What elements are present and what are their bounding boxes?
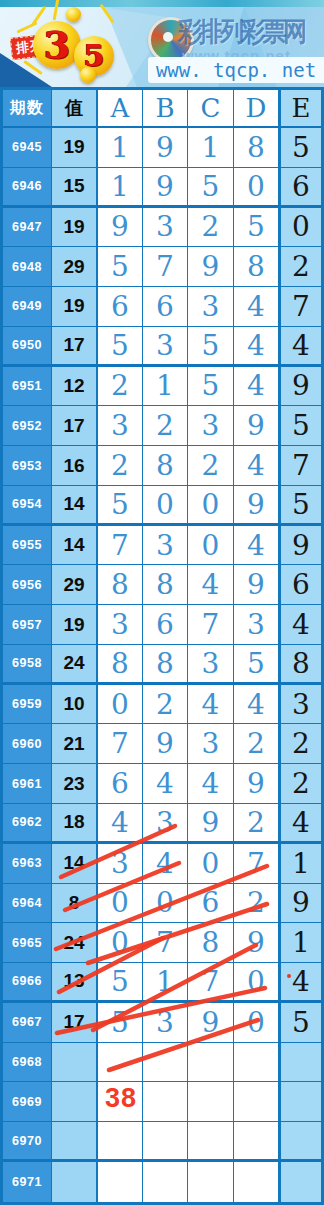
digit-c-cell: 6: [188, 884, 234, 924]
digit-c-cell: 9: [188, 804, 234, 844]
digit-b-cell: [143, 1043, 188, 1083]
period-cell: 6968: [3, 1043, 52, 1083]
digit-c-cell: 5: [188, 367, 234, 407]
digit-c-cell: 3: [188, 287, 234, 327]
value-cell: [52, 1162, 97, 1202]
period-cell: 6964: [3, 884, 52, 924]
digit-a-cell: [97, 1043, 143, 1083]
digit-d-cell: 2: [234, 884, 279, 924]
value-cell: 29: [52, 565, 97, 605]
digit-d-cell: 5: [234, 645, 279, 685]
digit-e-cell: 2: [279, 247, 321, 287]
digit-d-cell: 2: [234, 804, 279, 844]
column-header-period: 期数: [3, 90, 52, 128]
site-watermark-cn: 彩排列彩票网: [178, 14, 306, 50]
digit-e-cell: 6: [279, 168, 321, 208]
value-cell: 14: [52, 526, 97, 566]
period-cell: 6967: [3, 1003, 52, 1043]
digit-b-cell: 8: [143, 446, 188, 486]
digit-c-cell: 8: [188, 923, 234, 963]
digit-c-cell: 5: [188, 327, 234, 367]
digit-d-cell: 0: [234, 963, 279, 1003]
digit-b-cell: 3: [143, 327, 188, 367]
digit-b-cell: 9: [143, 168, 188, 208]
digit-c-cell: 7: [188, 963, 234, 1003]
digit-a-cell: 3: [97, 406, 143, 446]
digit-a-cell: [97, 1122, 143, 1162]
digit-b-cell: 1: [143, 963, 188, 1003]
digit-b-cell: 6: [143, 605, 188, 645]
value-cell: 23: [52, 764, 97, 804]
digit-a-cell: 5: [97, 1003, 143, 1043]
digit-d-cell: 0: [234, 1003, 279, 1043]
digit-c-cell: [188, 1162, 234, 1202]
digit-a-cell: [97, 1162, 143, 1202]
digit-a-cell: 5: [97, 963, 143, 1003]
digit-b-cell: 4: [143, 764, 188, 804]
digit-b-cell: 7: [143, 923, 188, 963]
digit-b-cell: 0: [143, 884, 188, 924]
digit-a-cell: 2: [97, 367, 143, 407]
digit-c-cell: [188, 1122, 234, 1162]
period-cell: 6955: [3, 526, 52, 566]
period-cell: 6946: [3, 168, 52, 208]
digit-a-cell: 3: [97, 605, 143, 645]
digit-a-cell: 8: [97, 565, 143, 605]
value-cell: 14: [52, 844, 97, 884]
digit-c-cell: 4: [188, 565, 234, 605]
lottery-ball-3: 3: [33, 21, 81, 69]
digit-a-cell: [97, 1082, 143, 1122]
column-header-d: D: [234, 90, 279, 128]
period-cell: 6947: [3, 208, 52, 248]
digit-b-cell: 9: [143, 128, 188, 168]
digit-a-cell: 0: [97, 923, 143, 963]
period-cell: 6970: [3, 1122, 52, 1162]
value-cell: 10: [52, 685, 97, 725]
period-cell: 6965: [3, 923, 52, 963]
digit-e-cell: 0: [279, 208, 321, 248]
site-url-strip[interactable]: www. tqcp. net: [148, 57, 324, 83]
column-header-a: A: [97, 90, 143, 128]
digit-d-cell: 9: [234, 764, 279, 804]
digit-a-cell: 7: [97, 724, 143, 764]
digit-e-cell: 7: [279, 287, 321, 327]
digit-a-cell: 0: [97, 685, 143, 725]
period-cell: 6958: [3, 645, 52, 685]
period-cell: 6962: [3, 804, 52, 844]
digit-d-cell: 4: [234, 367, 279, 407]
period-cell: 6953: [3, 446, 52, 486]
digit-e-cell: [279, 1162, 321, 1202]
digit-a-cell: 0: [97, 884, 143, 924]
value-cell: 21: [52, 724, 97, 764]
digit-b-cell: 8: [143, 645, 188, 685]
period-cell: 6952: [3, 406, 52, 446]
digit-c-cell: 9: [188, 1003, 234, 1043]
digit-a-cell: 9: [97, 208, 143, 248]
digit-d-cell: [234, 1122, 279, 1162]
digit-b-cell: [143, 1122, 188, 1162]
digit-b-cell: [143, 1082, 188, 1122]
digit-a-cell: 2: [97, 446, 143, 486]
period-cell: 6954: [3, 486, 52, 526]
digit-a-cell: 3: [97, 844, 143, 884]
period-cell: 6956: [3, 565, 52, 605]
value-cell: 24: [52, 645, 97, 685]
digit-e-cell: 4: [279, 804, 321, 844]
digit-d-cell: 5: [234, 208, 279, 248]
digit-a-cell: 1: [97, 128, 143, 168]
digit-e-cell: 4: [279, 963, 321, 1003]
digit-d-cell: 8: [234, 247, 279, 287]
value-cell: 14: [52, 486, 97, 526]
digit-d-cell: 8: [234, 128, 279, 168]
digit-b-cell: 6: [143, 287, 188, 327]
period-cell: 6949: [3, 287, 52, 327]
digit-c-cell: 2: [188, 208, 234, 248]
value-cell: [52, 1043, 97, 1083]
digit-c-cell: 0: [188, 526, 234, 566]
digit-b-cell: 3: [143, 1003, 188, 1043]
period-cell: 6963: [3, 844, 52, 884]
digit-e-cell: 9: [279, 367, 321, 407]
digit-e-cell: 3: [279, 685, 321, 725]
digit-a-cell: 6: [97, 287, 143, 327]
value-cell: 19: [52, 287, 97, 327]
period-cell: 6948: [3, 247, 52, 287]
digit-c-cell: 4: [188, 685, 234, 725]
column-header-b: B: [143, 90, 188, 128]
value-cell: 15: [52, 168, 97, 208]
value-cell: 29: [52, 247, 97, 287]
value-cell: [52, 1122, 97, 1162]
digit-b-cell: 3: [143, 526, 188, 566]
digit-d-cell: 4: [234, 685, 279, 725]
site-banner: 排列 3 5 彩排列彩票网 www.tqcp.net www. tqcp. ne…: [0, 0, 324, 87]
digit-d-cell: 9: [234, 923, 279, 963]
digit-a-cell: 5: [97, 247, 143, 287]
digit-c-cell: [188, 1082, 234, 1122]
digit-c-cell: 4: [188, 764, 234, 804]
digit-c-cell: 9: [188, 247, 234, 287]
digit-b-cell: 7: [143, 247, 188, 287]
period-cell: 6950: [3, 327, 52, 367]
value-cell: 8: [52, 884, 97, 924]
column-header-e: E: [279, 90, 321, 128]
digit-a-cell: 5: [97, 486, 143, 526]
digit-d-cell: [234, 1162, 279, 1202]
digit-d-cell: 9: [234, 565, 279, 605]
period-cell: 6971: [3, 1162, 52, 1202]
value-cell: 13: [52, 963, 97, 1003]
digit-e-cell: 2: [279, 764, 321, 804]
digit-c-cell: 7: [188, 605, 234, 645]
period-cell: 6957: [3, 605, 52, 645]
digit-c-cell: 3: [188, 724, 234, 764]
digit-b-cell: 0: [143, 486, 188, 526]
value-cell: [52, 1082, 97, 1122]
digit-d-cell: 4: [234, 287, 279, 327]
small-ball-decor: [80, 67, 96, 83]
digit-e-cell: 9: [279, 526, 321, 566]
column-header-value: 值: [52, 90, 97, 128]
digit-b-cell: 4: [143, 844, 188, 884]
digit-e-cell: [279, 1122, 321, 1162]
value-cell: 19: [52, 208, 97, 248]
value-cell: 18: [52, 804, 97, 844]
value-cell: 12: [52, 367, 97, 407]
digit-e-cell: 4: [279, 605, 321, 645]
digit-d-cell: 0: [234, 168, 279, 208]
trend-chart-grid: 期数 值 A B C D E 6945191918569461519506694…: [0, 87, 324, 1205]
digit-c-cell: 1: [188, 128, 234, 168]
period-cell: 6959: [3, 685, 52, 725]
digit-b-cell: 1: [143, 367, 188, 407]
digit-e-cell: 1: [279, 844, 321, 884]
digit-d-cell: 7: [234, 844, 279, 884]
digit-e-cell: 6: [279, 565, 321, 605]
digit-c-cell: 5: [188, 168, 234, 208]
digit-d-cell: 9: [234, 406, 279, 446]
digit-c-cell: 0: [188, 844, 234, 884]
digit-d-cell: 4: [234, 327, 279, 367]
period-cell: 6960: [3, 724, 52, 764]
banner-top-strip: [0, 0, 324, 7]
digit-a-cell: 7: [97, 526, 143, 566]
digit-e-cell: 5: [279, 128, 321, 168]
digit-c-cell: [188, 1043, 234, 1083]
value-cell: 19: [52, 128, 97, 168]
period-cell: 6969: [3, 1082, 52, 1122]
digit-b-cell: 3: [143, 804, 188, 844]
value-cell: 17: [52, 406, 97, 446]
period-cell: 6951: [3, 367, 52, 407]
digit-e-cell: 4: [279, 327, 321, 367]
digit-e-cell: 2: [279, 724, 321, 764]
digit-e-cell: 1: [279, 923, 321, 963]
digit-e-cell: 5: [279, 406, 321, 446]
digit-b-cell: 9: [143, 724, 188, 764]
digit-a-cell: 6: [97, 764, 143, 804]
digit-e-cell: 8: [279, 645, 321, 685]
digit-b-cell: 3: [143, 208, 188, 248]
digit-d-cell: 3: [234, 605, 279, 645]
value-cell: 19: [52, 605, 97, 645]
period-cell: 6966: [3, 963, 52, 1003]
digit-b-cell: [143, 1162, 188, 1202]
site-url-text[interactable]: www. tqcp. net: [156, 59, 316, 81]
digit-e-cell: [279, 1043, 321, 1083]
small-ball-decor: [66, 7, 81, 22]
digit-d-cell: 4: [234, 526, 279, 566]
period-cell: 6945: [3, 128, 52, 168]
digit-c-cell: 3: [188, 406, 234, 446]
period-cell: 6961: [3, 764, 52, 804]
digit-a-cell: 5: [97, 327, 143, 367]
digit-e-cell: 5: [279, 1003, 321, 1043]
ball-number-3: 3: [44, 26, 70, 64]
value-cell: 17: [52, 1003, 97, 1043]
digit-d-cell: 4: [234, 446, 279, 486]
value-cell: 24: [52, 923, 97, 963]
value-cell: 17: [52, 327, 97, 367]
digit-a-cell: 4: [97, 804, 143, 844]
digit-c-cell: 3: [188, 645, 234, 685]
column-header-c: C: [188, 90, 234, 128]
digit-d-cell: 2: [234, 724, 279, 764]
digit-a-cell: 8: [97, 645, 143, 685]
swirl-core: [163, 32, 173, 42]
digit-d-cell: 9: [234, 486, 279, 526]
digit-b-cell: 8: [143, 565, 188, 605]
digit-c-cell: 0: [188, 486, 234, 526]
digit-e-cell: 5: [279, 486, 321, 526]
digit-a-cell: 1: [97, 168, 143, 208]
value-cell: 16: [52, 446, 97, 486]
digit-d-cell: [234, 1043, 279, 1083]
digit-c-cell: 2: [188, 446, 234, 486]
digit-b-cell: 2: [143, 685, 188, 725]
digit-e-cell: [279, 1082, 321, 1122]
digit-e-cell: 7: [279, 446, 321, 486]
digit-d-cell: [234, 1082, 279, 1122]
digit-e-cell: 9: [279, 884, 321, 924]
digit-b-cell: 2: [143, 406, 188, 446]
